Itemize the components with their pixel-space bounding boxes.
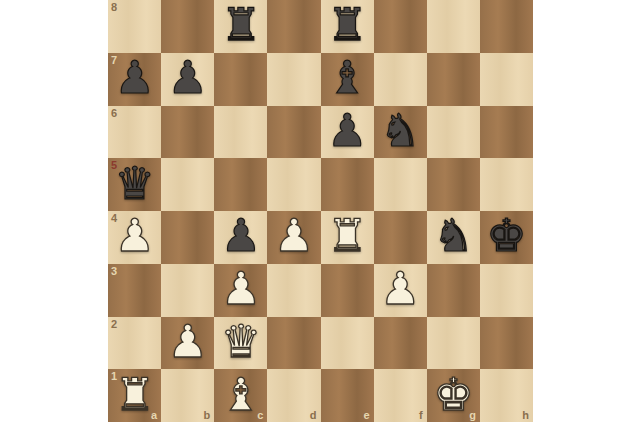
square-d5[interactable] [267, 158, 320, 211]
white-pawn-piece[interactable]: ♟ [114, 213, 154, 258]
square-e8[interactable]: ♜ [321, 0, 374, 53]
square-b7[interactable]: ♟ [161, 53, 214, 106]
square-c3[interactable]: ♟ [214, 264, 267, 317]
white-pawn-piece[interactable]: ♟ [380, 266, 420, 311]
square-e3[interactable] [321, 264, 374, 317]
square-a2[interactable]: 2 [108, 317, 161, 370]
square-e1[interactable]: e [321, 369, 374, 422]
square-h5[interactable] [480, 158, 533, 211]
square-e4[interactable]: ♜ [321, 211, 374, 264]
square-e7[interactable]: ♝ [321, 53, 374, 106]
square-e5[interactable] [321, 158, 374, 211]
white-bishop-piece[interactable]: ♝ [221, 372, 261, 417]
white-pawn-piece[interactable]: ♟ [274, 213, 314, 258]
square-f2[interactable] [374, 317, 427, 370]
white-rook-piece[interactable]: ♜ [327, 213, 367, 258]
square-f5[interactable] [374, 158, 427, 211]
square-c7[interactable] [214, 53, 267, 106]
rank-label-6: 6 [111, 107, 117, 119]
square-c2[interactable]: ♛ [214, 317, 267, 370]
square-g7[interactable] [427, 53, 480, 106]
square-f1[interactable]: f [374, 369, 427, 422]
square-f8[interactable] [374, 0, 427, 53]
rank-label-3: 3 [111, 265, 117, 277]
square-d2[interactable] [267, 317, 320, 370]
square-d6[interactable] [267, 106, 320, 159]
square-d7[interactable] [267, 53, 320, 106]
square-c6[interactable] [214, 106, 267, 159]
square-g6[interactable] [427, 106, 480, 159]
square-h2[interactable] [480, 317, 533, 370]
white-rook-piece[interactable]: ♜ [114, 372, 154, 417]
square-b3[interactable] [161, 264, 214, 317]
file-label-e: e [364, 409, 370, 421]
square-d1[interactable]: d [267, 369, 320, 422]
square-c1[interactable]: c♝ [214, 369, 267, 422]
square-a7[interactable]: 7♟ [108, 53, 161, 106]
file-label-d: d [310, 409, 317, 421]
square-h7[interactable] [480, 53, 533, 106]
square-g2[interactable] [427, 317, 480, 370]
square-a6[interactable]: 6 [108, 106, 161, 159]
square-g8[interactable] [427, 0, 480, 53]
black-knight-piece[interactable]: ♞ [380, 108, 420, 153]
square-c8[interactable]: ♜ [214, 0, 267, 53]
square-a4[interactable]: 4♟ [108, 211, 161, 264]
black-pawn-piece[interactable]: ♟ [114, 55, 154, 100]
square-b2[interactable]: ♟ [161, 317, 214, 370]
square-e2[interactable] [321, 317, 374, 370]
rank-label-2: 2 [111, 318, 117, 330]
square-f6[interactable]: ♞ [374, 106, 427, 159]
black-pawn-piece[interactable]: ♟ [327, 108, 367, 153]
square-c4[interactable]: ♟ [214, 211, 267, 264]
square-h1[interactable]: h [480, 369, 533, 422]
square-g1[interactable]: g♚ [427, 369, 480, 422]
square-d3[interactable] [267, 264, 320, 317]
square-b8[interactable] [161, 0, 214, 53]
square-e6[interactable]: ♟ [321, 106, 374, 159]
file-label-b: b [204, 409, 211, 421]
square-h4[interactable]: ♚ [480, 211, 533, 264]
square-g4[interactable]: ♞ [427, 211, 480, 264]
chess-board: 8♜♜7♟♟♝6♟♞5♛4♟♟♟♜♞♚3♟♟2♟♛1a♜bc♝defg♚h [108, 0, 533, 422]
square-a1[interactable]: 1a♜ [108, 369, 161, 422]
rank-label-8: 8 [111, 1, 117, 13]
square-f4[interactable] [374, 211, 427, 264]
white-pawn-piece[interactable]: ♟ [221, 266, 261, 311]
black-knight-piece[interactable]: ♞ [433, 213, 473, 258]
square-b4[interactable] [161, 211, 214, 264]
square-a5[interactable]: 5♛ [108, 158, 161, 211]
square-a8[interactable]: 8 [108, 0, 161, 53]
black-rook-piece[interactable]: ♜ [327, 2, 367, 47]
square-b1[interactable]: b [161, 369, 214, 422]
square-h3[interactable] [480, 264, 533, 317]
square-b6[interactable] [161, 106, 214, 159]
white-queen-piece[interactable]: ♛ [221, 319, 261, 364]
square-f3[interactable]: ♟ [374, 264, 427, 317]
black-rook-piece[interactable]: ♜ [221, 2, 261, 47]
file-label-f: f [419, 409, 423, 421]
white-pawn-piece[interactable]: ♟ [168, 319, 208, 364]
black-pawn-piece[interactable]: ♟ [168, 55, 208, 100]
file-label-h: h [522, 409, 529, 421]
black-pawn-piece[interactable]: ♟ [221, 213, 261, 258]
square-h8[interactable] [480, 0, 533, 53]
black-king-piece[interactable]: ♚ [486, 213, 526, 258]
white-king-piece[interactable]: ♚ [433, 372, 473, 417]
square-a3[interactable]: 3 [108, 264, 161, 317]
square-d4[interactable]: ♟ [267, 211, 320, 264]
square-h6[interactable] [480, 106, 533, 159]
square-f7[interactable] [374, 53, 427, 106]
square-c5[interactable] [214, 158, 267, 211]
square-g5[interactable] [427, 158, 480, 211]
black-queen-piece[interactable]: ♛ [114, 161, 154, 206]
square-d8[interactable] [267, 0, 320, 53]
square-b5[interactable] [161, 158, 214, 211]
square-g3[interactable] [427, 264, 480, 317]
black-bishop-piece[interactable]: ♝ [327, 55, 367, 100]
